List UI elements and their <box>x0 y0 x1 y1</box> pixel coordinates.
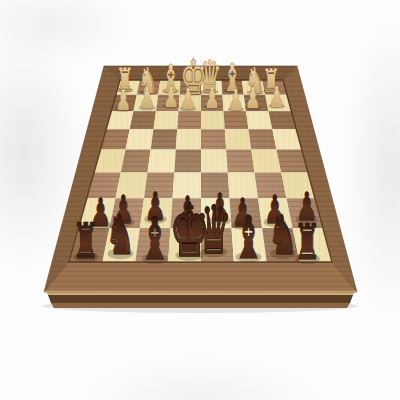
box-bottom-lip <box>51 303 350 308</box>
piece-black-rook-h8[interactable]: ♜ <box>72 212 99 270</box>
piece-black-bishop-f8[interactable]: ♝ <box>139 205 172 272</box>
piece-white-pawn-d2[interactable]: ♟ <box>204 81 220 115</box>
piece-white-pawn-e2[interactable]: ♟ <box>180 83 196 117</box>
piece-white-pawn-g2[interactable]: ♟ <box>139 82 155 116</box>
piece-black-queen-d8[interactable]: ♛ <box>196 191 233 268</box>
chess-board: ♜♞♝♚♛♝♞♜♟♟♟♟♟♟♟♟♟♟♟♟♟♟♟♟♜♞♝♚♛♝♞♜ <box>0 0 400 400</box>
product-photo-scene: ♜♞♝♚♛♝♞♜♟♟♟♟♟♟♟♟♟♟♟♟♟♟♟♟♜♞♝♚♛♝♞♜ <box>0 0 400 400</box>
box-side <box>48 295 353 303</box>
piece-white-pawn-a2[interactable]: ♟ <box>269 80 285 114</box>
piece-white-pawn-c2[interactable]: ♟ <box>228 84 244 118</box>
piece-black-bishop-c8[interactable]: ♝ <box>232 204 265 271</box>
piece-black-knight-g8[interactable]: ♞ <box>105 204 135 268</box>
piece-black-rook-a8[interactable]: ♜ <box>294 214 321 272</box>
piece-white-pawn-f2[interactable]: ♟ <box>163 80 179 114</box>
piece-white-pawn-h2[interactable]: ♟ <box>115 84 131 118</box>
piece-white-pawn-b2[interactable]: ♟ <box>245 82 261 116</box>
